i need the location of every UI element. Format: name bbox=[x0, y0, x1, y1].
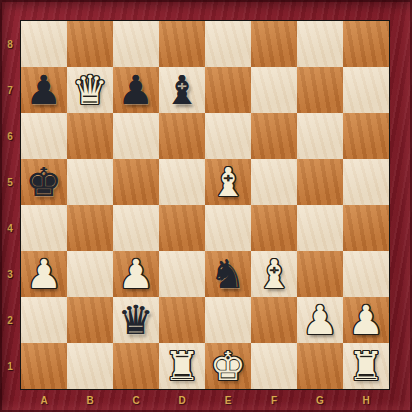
file-label-h: H bbox=[343, 389, 389, 412]
square-h7[interactable] bbox=[343, 67, 389, 113]
square-b1[interactable] bbox=[67, 343, 113, 389]
white-rook[interactable]: ♜ bbox=[343, 343, 389, 389]
square-g1[interactable] bbox=[297, 343, 343, 389]
square-b2[interactable] bbox=[67, 297, 113, 343]
rank-labels: 87654321 bbox=[0, 21, 20, 389]
square-d1[interactable]: ♜ bbox=[159, 343, 205, 389]
chess-board-frame: 87654321 ♟♛♟♝♚♝♟♟♞♝♛♟♟♜♚♜ ABCDEFGH bbox=[0, 0, 412, 412]
square-f8[interactable] bbox=[251, 21, 297, 67]
square-d8[interactable] bbox=[159, 21, 205, 67]
black-pawn[interactable]: ♟ bbox=[21, 67, 67, 113]
file-label-f: F bbox=[251, 389, 297, 412]
square-c6[interactable] bbox=[113, 113, 159, 159]
file-label-b: B bbox=[67, 389, 113, 412]
square-b7[interactable]: ♛ bbox=[67, 67, 113, 113]
square-g7[interactable] bbox=[297, 67, 343, 113]
white-pawn[interactable]: ♟ bbox=[21, 251, 67, 297]
white-pawn[interactable]: ♟ bbox=[113, 251, 159, 297]
black-queen[interactable]: ♛ bbox=[113, 297, 159, 343]
chess-board: ♟♛♟♝♚♝♟♟♞♝♛♟♟♜♚♜ bbox=[20, 20, 390, 390]
square-c3[interactable]: ♟ bbox=[113, 251, 159, 297]
square-h3[interactable] bbox=[343, 251, 389, 297]
square-d4[interactable] bbox=[159, 205, 205, 251]
square-c4[interactable] bbox=[113, 205, 159, 251]
black-bishop[interactable]: ♝ bbox=[159, 67, 205, 113]
rank-label-8: 8 bbox=[0, 21, 20, 67]
square-c5[interactable] bbox=[113, 159, 159, 205]
square-g2[interactable]: ♟ bbox=[297, 297, 343, 343]
square-e4[interactable] bbox=[205, 205, 251, 251]
square-g4[interactable] bbox=[297, 205, 343, 251]
white-rook[interactable]: ♜ bbox=[159, 343, 205, 389]
square-b5[interactable] bbox=[67, 159, 113, 205]
square-c7[interactable]: ♟ bbox=[113, 67, 159, 113]
square-g5[interactable] bbox=[297, 159, 343, 205]
square-d2[interactable] bbox=[159, 297, 205, 343]
square-e3[interactable]: ♞ bbox=[205, 251, 251, 297]
white-queen[interactable]: ♛ bbox=[67, 67, 113, 113]
square-h5[interactable] bbox=[343, 159, 389, 205]
square-e8[interactable] bbox=[205, 21, 251, 67]
rank-label-4: 4 bbox=[0, 205, 20, 251]
file-label-e: E bbox=[205, 389, 251, 412]
square-g3[interactable] bbox=[297, 251, 343, 297]
file-label-c: C bbox=[113, 389, 159, 412]
square-a7[interactable]: ♟ bbox=[21, 67, 67, 113]
square-d3[interactable] bbox=[159, 251, 205, 297]
square-e5[interactable]: ♝ bbox=[205, 159, 251, 205]
white-king[interactable]: ♚ bbox=[205, 343, 251, 389]
square-d7[interactable]: ♝ bbox=[159, 67, 205, 113]
file-label-a: A bbox=[21, 389, 67, 412]
square-b6[interactable] bbox=[67, 113, 113, 159]
square-f3[interactable]: ♝ bbox=[251, 251, 297, 297]
square-f2[interactable] bbox=[251, 297, 297, 343]
square-a5[interactable]: ♚ bbox=[21, 159, 67, 205]
file-label-g: G bbox=[297, 389, 343, 412]
square-f6[interactable] bbox=[251, 113, 297, 159]
rank-label-5: 5 bbox=[0, 159, 20, 205]
rank-label-2: 2 bbox=[0, 297, 20, 343]
square-f7[interactable] bbox=[251, 67, 297, 113]
square-a6[interactable] bbox=[21, 113, 67, 159]
square-g6[interactable] bbox=[297, 113, 343, 159]
square-e6[interactable] bbox=[205, 113, 251, 159]
rank-label-7: 7 bbox=[0, 67, 20, 113]
file-label-d: D bbox=[159, 389, 205, 412]
rank-label-3: 3 bbox=[0, 251, 20, 297]
square-a3[interactable]: ♟ bbox=[21, 251, 67, 297]
square-a4[interactable] bbox=[21, 205, 67, 251]
white-bishop[interactable]: ♝ bbox=[205, 159, 251, 205]
square-f4[interactable] bbox=[251, 205, 297, 251]
white-bishop[interactable]: ♝ bbox=[251, 251, 297, 297]
square-h8[interactable] bbox=[343, 21, 389, 67]
square-f1[interactable] bbox=[251, 343, 297, 389]
rank-label-6: 6 bbox=[0, 113, 20, 159]
white-pawn[interactable]: ♟ bbox=[343, 297, 389, 343]
square-b3[interactable] bbox=[67, 251, 113, 297]
square-g8[interactable] bbox=[297, 21, 343, 67]
square-c2[interactable]: ♛ bbox=[113, 297, 159, 343]
square-a8[interactable] bbox=[21, 21, 67, 67]
square-h2[interactable]: ♟ bbox=[343, 297, 389, 343]
square-h6[interactable] bbox=[343, 113, 389, 159]
square-c1[interactable] bbox=[113, 343, 159, 389]
square-a2[interactable] bbox=[21, 297, 67, 343]
white-pawn[interactable]: ♟ bbox=[297, 297, 343, 343]
square-b8[interactable] bbox=[67, 21, 113, 67]
square-e1[interactable]: ♚ bbox=[205, 343, 251, 389]
square-f5[interactable] bbox=[251, 159, 297, 205]
square-h1[interactable]: ♜ bbox=[343, 343, 389, 389]
square-a1[interactable] bbox=[21, 343, 67, 389]
square-b4[interactable] bbox=[67, 205, 113, 251]
square-c8[interactable] bbox=[113, 21, 159, 67]
black-knight[interactable]: ♞ bbox=[205, 251, 251, 297]
square-d6[interactable] bbox=[159, 113, 205, 159]
rank-label-1: 1 bbox=[0, 343, 20, 389]
square-e2[interactable] bbox=[205, 297, 251, 343]
square-d5[interactable] bbox=[159, 159, 205, 205]
black-king[interactable]: ♚ bbox=[21, 159, 67, 205]
black-pawn[interactable]: ♟ bbox=[113, 67, 159, 113]
square-h4[interactable] bbox=[343, 205, 389, 251]
square-e7[interactable] bbox=[205, 67, 251, 113]
file-labels: ABCDEFGH bbox=[21, 389, 389, 412]
